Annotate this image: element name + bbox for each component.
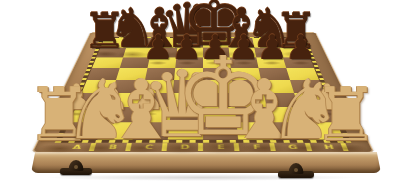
square-c3 <box>139 93 172 107</box>
square-e5 <box>203 68 232 80</box>
square-a2 <box>69 107 107 122</box>
file-label-e: E <box>203 143 239 151</box>
file-label-a: A <box>57 143 96 151</box>
square-f1 <box>236 122 273 139</box>
square-f8 <box>228 38 255 47</box>
square-g5 <box>259 68 290 80</box>
square-b2 <box>103 107 140 122</box>
square-e7 <box>203 48 230 58</box>
square-d4 <box>173 80 203 93</box>
square-c8 <box>152 38 179 47</box>
square-a7 <box>96 48 126 58</box>
square-a3 <box>76 93 112 107</box>
square-f3 <box>233 93 266 107</box>
square-h8 <box>277 38 305 47</box>
square-c6 <box>147 57 176 68</box>
square-f5 <box>231 68 261 80</box>
square-c4 <box>142 80 174 93</box>
square-c2 <box>136 107 171 122</box>
square-h1 <box>303 122 344 139</box>
square-b8 <box>126 38 154 47</box>
square-a6 <box>92 57 123 68</box>
square-h7 <box>280 48 310 58</box>
chess-board: ABCDEFGH <box>32 32 375 152</box>
square-a8 <box>101 38 129 47</box>
square-d5 <box>174 68 203 80</box>
square-g7 <box>254 48 283 58</box>
square-f2 <box>235 107 270 122</box>
square-g3 <box>264 93 299 107</box>
square-d7 <box>176 48 203 58</box>
square-d1 <box>168 122 203 139</box>
file-label-g: G <box>274 143 312 151</box>
square-a4 <box>82 80 116 93</box>
square-d3 <box>171 93 203 107</box>
square-g1 <box>270 122 309 139</box>
square-c5 <box>145 68 175 80</box>
square-f4 <box>232 80 264 93</box>
square-e6 <box>203 57 231 68</box>
square-e2 <box>203 107 236 122</box>
board-grid <box>62 38 344 139</box>
square-e1 <box>203 122 238 139</box>
square-h4 <box>290 80 324 93</box>
hinge-right <box>278 171 314 178</box>
checkered-trim-bottom <box>55 140 351 143</box>
square-c7 <box>150 48 178 58</box>
square-e3 <box>203 93 235 107</box>
square-b6 <box>120 57 150 68</box>
file-label-c: C <box>130 143 167 151</box>
square-f6 <box>230 57 259 68</box>
square-g4 <box>261 80 294 93</box>
square-h5 <box>286 68 319 80</box>
square-a1 <box>62 122 103 139</box>
square-e8 <box>203 38 229 47</box>
square-g2 <box>267 107 304 122</box>
square-h6 <box>283 57 314 68</box>
hinge-left <box>60 168 92 175</box>
square-f7 <box>229 48 257 58</box>
square-b4 <box>112 80 145 93</box>
square-d6 <box>175 57 203 68</box>
square-d8 <box>177 38 203 47</box>
square-d2 <box>170 107 203 122</box>
square-c1 <box>133 122 170 139</box>
square-e4 <box>203 80 233 93</box>
square-b1 <box>97 122 136 139</box>
square-b3 <box>108 93 143 107</box>
square-g6 <box>256 57 286 68</box>
square-h2 <box>298 107 336 122</box>
square-a5 <box>87 68 120 80</box>
file-labels: ABCDEFGH <box>57 143 348 151</box>
chess-set-photo: ABCDEFGH ♜♞♝♛♚♝♞♜♟♟♟♟♟♟♟♟♟♟♜♞♝♛♚♝♞♜ <box>0 0 400 184</box>
square-g8 <box>252 38 280 47</box>
square-b5 <box>116 68 147 80</box>
square-b7 <box>123 48 152 58</box>
file-label-b: B <box>94 143 132 151</box>
file-label-h: H <box>310 143 349 151</box>
square-h3 <box>294 93 330 107</box>
file-label-d: D <box>167 143 203 151</box>
file-label-f: F <box>239 143 276 151</box>
